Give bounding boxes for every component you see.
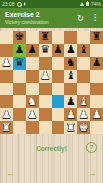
- chess-board: ♚♜♜♟♟♛♟♟♝♟♛♞♟♟♝♞♟♝♟♟♟♟♟♜♜♚: [0, 31, 103, 134]
- black-queen-b6: ♛: [14, 57, 24, 68]
- square-h6[interactable]: ♟: [90, 57, 103, 70]
- square-b8[interactable]: ♚: [13, 31, 26, 44]
- square-d1[interactable]: [39, 121, 52, 134]
- white-rook-a1: ♜: [2, 122, 12, 133]
- square-h5[interactable]: [90, 70, 103, 83]
- black-pawn-h6: ♟: [92, 57, 102, 68]
- square-h4[interactable]: [90, 83, 103, 96]
- left-arrow-icon: ←: [6, 168, 15, 178]
- square-f2[interactable]: ♟: [64, 108, 77, 121]
- square-f5[interactable]: ♝: [64, 70, 77, 83]
- square-e5[interactable]: [52, 70, 65, 83]
- black-knight-f6: ♞: [66, 57, 76, 68]
- search-icon: [17, 2, 22, 7]
- square-d7[interactable]: ♛: [39, 44, 52, 57]
- square-e1[interactable]: [52, 121, 65, 134]
- white-pawn-a6: ♟: [2, 57, 12, 68]
- white-pawn-h2: ♟: [92, 109, 102, 120]
- square-g8[interactable]: [77, 31, 90, 44]
- page-title: Exercise 2: [5, 11, 49, 19]
- black-bishop-f5: ♝: [66, 70, 76, 81]
- square-c6[interactable]: [26, 57, 39, 70]
- square-f4[interactable]: [64, 83, 77, 96]
- square-g1[interactable]: ♚: [77, 121, 90, 134]
- square-c4[interactable]: [26, 83, 39, 96]
- square-h1[interactable]: [90, 121, 103, 134]
- square-f3[interactable]: ♟: [64, 95, 77, 108]
- square-c5[interactable]: [26, 70, 39, 83]
- square-a7[interactable]: [0, 44, 13, 57]
- white-pawn-d5: ♟: [40, 70, 50, 81]
- square-c8[interactable]: [26, 31, 39, 44]
- wifi-icon: [80, 2, 84, 6]
- square-g3[interactable]: ♝: [77, 95, 90, 108]
- app-screen: 23:08 74% Exercise 2 Victory combination…: [0, 0, 103, 183]
- status-bar-right: 74%: [80, 0, 101, 8]
- square-g7[interactable]: ♝: [77, 44, 90, 57]
- square-b6[interactable]: ♛: [13, 57, 26, 70]
- square-h8[interactable]: ♜: [90, 31, 103, 44]
- square-h3[interactable]: [90, 95, 103, 108]
- square-f7[interactable]: ♟: [64, 44, 77, 57]
- square-h7[interactable]: [90, 44, 103, 57]
- square-e8[interactable]: [52, 31, 65, 44]
- square-b1[interactable]: [13, 121, 26, 134]
- white-pawn-f2: ♟: [66, 109, 76, 120]
- square-d6[interactable]: [39, 57, 52, 70]
- square-b2[interactable]: [13, 108, 26, 121]
- square-a6[interactable]: ♟: [0, 57, 13, 70]
- clock: 23:08: [2, 0, 15, 8]
- square-d5[interactable]: ♟: [39, 70, 52, 83]
- square-a3[interactable]: [0, 95, 13, 108]
- square-b4[interactable]: [13, 83, 26, 96]
- status-bar-left: 23:08: [2, 0, 26, 8]
- black-pawn-f7: ♟: [66, 44, 76, 55]
- white-pawn-g2: ♟: [79, 109, 89, 120]
- square-a5[interactable]: [0, 70, 13, 83]
- square-d3[interactable]: [39, 95, 52, 108]
- square-e4[interactable]: [52, 83, 65, 96]
- square-a1[interactable]: ♜: [0, 121, 13, 134]
- square-f8[interactable]: [64, 31, 77, 44]
- square-h2[interactable]: ♟: [90, 108, 103, 121]
- square-c3[interactable]: ♞: [26, 95, 39, 108]
- white-pawn-a2: ♟: [2, 109, 12, 120]
- white-rook-f1: ♜: [66, 122, 76, 133]
- square-d2[interactable]: [39, 108, 52, 121]
- white-king-g1: ♚: [79, 122, 89, 133]
- square-c7[interactable]: ♟: [26, 44, 39, 57]
- help-button[interactable]: ?: [86, 142, 97, 153]
- square-b3[interactable]: [13, 95, 26, 108]
- next-move-button[interactable]: →: [88, 169, 97, 178]
- square-d4[interactable]: [39, 83, 52, 96]
- square-b5[interactable]: [13, 70, 26, 83]
- square-e3[interactable]: [52, 95, 65, 108]
- app-bar-actions: ↻ ⋮: [77, 14, 99, 22]
- square-c1[interactable]: [26, 121, 39, 134]
- black-rook-d8: ♜: [40, 31, 50, 42]
- black-pawn-e7: ♟: [53, 44, 63, 55]
- refresh-icon[interactable]: ↻: [77, 14, 84, 22]
- black-rook-h8: ♜: [92, 31, 102, 42]
- question-mark-icon: ?: [90, 144, 94, 150]
- square-a4[interactable]: [0, 83, 13, 96]
- right-arrow-icon: →: [88, 168, 97, 178]
- bottom-panel: Correctly! ? ← →: [0, 134, 103, 183]
- black-king-b8: ♚: [14, 31, 24, 42]
- square-g2[interactable]: ♟: [77, 108, 90, 121]
- square-b7[interactable]: ♟: [13, 44, 26, 57]
- title-block: Exercise 2 Victory combination: [5, 11, 49, 25]
- square-g5[interactable]: [77, 70, 90, 83]
- white-pawn-c2: ♟: [27, 109, 37, 120]
- page-subtitle: Victory combination: [5, 19, 49, 25]
- square-f6[interactable]: ♞: [64, 57, 77, 70]
- square-g4[interactable]: [77, 83, 90, 96]
- square-g6[interactable]: [77, 57, 90, 70]
- square-e6[interactable]: [52, 57, 65, 70]
- square-a2[interactable]: ♟: [0, 108, 13, 121]
- square-d8[interactable]: ♜: [39, 31, 52, 44]
- white-knight-c3: ♞: [27, 96, 37, 107]
- black-pawn-c7: ♟: [27, 44, 37, 55]
- overflow-menu-icon[interactable]: ⋮: [91, 14, 99, 22]
- prev-move-button[interactable]: ←: [6, 169, 15, 178]
- square-e2[interactable]: [52, 108, 65, 121]
- square-f1[interactable]: ♜: [64, 121, 77, 134]
- status-bar: 23:08 74%: [0, 0, 103, 8]
- square-a8[interactable]: [0, 31, 13, 44]
- black-bishop-g7: ♝: [79, 44, 89, 55]
- black-queen-d7: ♛: [40, 44, 50, 55]
- square-e7[interactable]: ♟: [52, 44, 65, 57]
- app-bar: Exercise 2 Victory combination ↻ ⋮: [0, 8, 103, 28]
- battery-percent: 74%: [91, 0, 101, 8]
- white-bishop-g3: ♝: [79, 96, 89, 107]
- black-pawn-b7: ♟: [14, 44, 24, 55]
- square-c2[interactable]: ♟: [26, 108, 39, 121]
- status-notification-icon: [24, 2, 26, 6]
- black-pawn-f3: ♟: [66, 96, 76, 107]
- battery-icon: [86, 2, 89, 7]
